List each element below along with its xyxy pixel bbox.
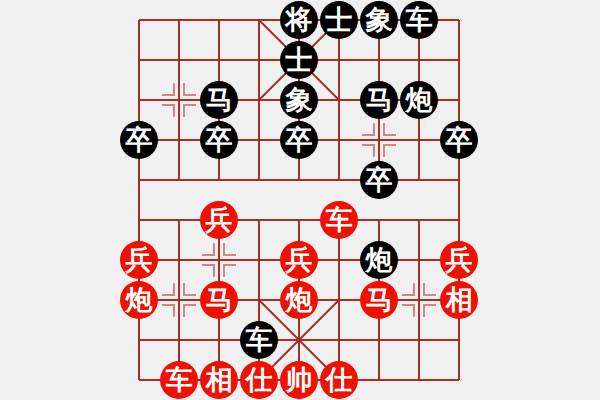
red-king[interactable]: 帅: [280, 361, 318, 399]
black-elephant[interactable]: 象: [280, 81, 318, 119]
black-cannon[interactable]: 炮: [360, 241, 398, 279]
black-soldier[interactable]: 卒: [440, 121, 478, 159]
xiangqi-board: 将士象车士马象马炮卒卒卒卒卒兵车兵兵炮兵炮马炮马相车车相仕帅仕: [119, 0, 479, 400]
red-pawn[interactable]: 兵: [280, 241, 318, 279]
red-elephant[interactable]: 相: [440, 281, 478, 319]
red-pawn[interactable]: 兵: [120, 241, 158, 279]
black-chariot[interactable]: 车: [240, 321, 278, 359]
red-advisor[interactable]: 仕: [240, 361, 278, 399]
black-horse[interactable]: 马: [360, 81, 398, 119]
pieces-layer: 将士象车士马象马炮卒卒卒卒卒兵车兵兵炮兵炮马炮马相车车相仕帅仕: [119, 0, 479, 400]
red-advisor[interactable]: 仕: [320, 361, 358, 399]
black-soldier[interactable]: 卒: [280, 121, 318, 159]
black-horse[interactable]: 马: [200, 81, 238, 119]
red-pawn[interactable]: 兵: [440, 241, 478, 279]
xiangqi-app: { "game": "xiangqi", "position": { "fen"…: [0, 0, 600, 400]
black-advisor[interactable]: 士: [320, 1, 358, 39]
red-horse[interactable]: 马: [200, 281, 238, 319]
red-chariot[interactable]: 车: [320, 201, 358, 239]
black-soldier[interactable]: 卒: [120, 121, 158, 159]
black-general[interactable]: 将: [280, 1, 318, 39]
black-elephant[interactable]: 象: [360, 1, 398, 39]
black-chariot[interactable]: 车: [400, 1, 438, 39]
red-pawn[interactable]: 兵: [200, 201, 238, 239]
red-cannon[interactable]: 炮: [280, 281, 318, 319]
black-cannon[interactable]: 炮: [400, 81, 438, 119]
red-elephant[interactable]: 相: [200, 361, 238, 399]
red-cannon[interactable]: 炮: [120, 281, 158, 319]
black-soldier[interactable]: 卒: [360, 161, 398, 199]
red-chariot[interactable]: 车: [160, 361, 198, 399]
red-horse[interactable]: 马: [360, 281, 398, 319]
black-soldier[interactable]: 卒: [200, 121, 238, 159]
black-advisor[interactable]: 士: [280, 41, 318, 79]
